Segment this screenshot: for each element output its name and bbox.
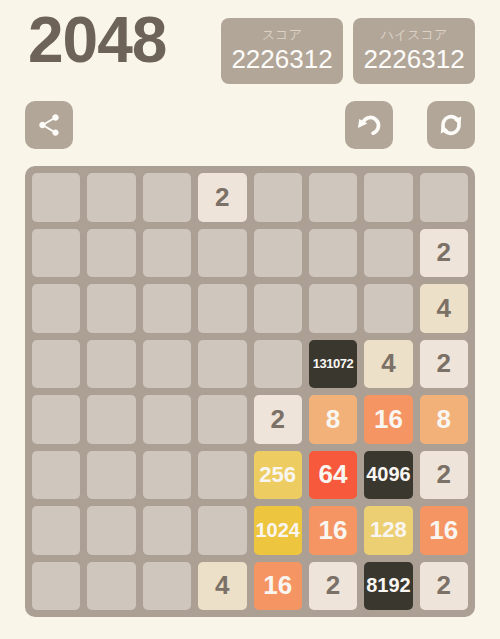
undo-button[interactable] (345, 101, 393, 149)
empty-cell (143, 284, 191, 333)
empty-cell (198, 340, 246, 389)
empty-cell (143, 562, 191, 611)
tile-2: 2 (198, 173, 246, 222)
empty-cell (254, 340, 302, 389)
score-box: スコア 2226312 (221, 18, 343, 84)
tile-131072: 131072 (309, 340, 357, 389)
tile-16: 16 (309, 506, 357, 555)
empty-cell (143, 340, 191, 389)
high-score-label: ハイスコア (353, 27, 475, 43)
empty-cell (143, 229, 191, 278)
share-button[interactable] (25, 101, 73, 149)
empty-cell (198, 451, 246, 500)
undo-icon (354, 110, 384, 140)
app: 2048 スコア 2226312 ハイスコア 2226312 (0, 0, 500, 639)
empty-cell (32, 173, 80, 222)
empty-cell (309, 284, 357, 333)
tile-2: 2 (420, 229, 468, 278)
empty-cell (254, 284, 302, 333)
empty-cell (143, 395, 191, 444)
tile-2: 2 (254, 395, 302, 444)
tile-1024: 1024 (254, 506, 302, 555)
empty-cell (32, 451, 80, 500)
tile-16: 16 (364, 395, 412, 444)
empty-cell (143, 506, 191, 555)
empty-cell (143, 173, 191, 222)
tile-4: 4 (364, 340, 412, 389)
tile-16: 16 (420, 506, 468, 555)
tile-64: 64 (309, 451, 357, 500)
tile-2: 2 (309, 562, 357, 611)
empty-cell (198, 506, 246, 555)
app-title: 2048 (28, 4, 166, 76)
empty-cell (32, 340, 80, 389)
empty-cell (143, 451, 191, 500)
empty-cell (32, 562, 80, 611)
board[interactable]: 2241310724228168256644096210241612816416… (25, 166, 475, 617)
empty-cell (87, 562, 135, 611)
tile-2: 2 (420, 340, 468, 389)
tile-4: 4 (198, 562, 246, 611)
score-panels: スコア 2226312 ハイスコア 2226312 (221, 18, 475, 84)
empty-cell (364, 284, 412, 333)
empty-cell (32, 506, 80, 555)
empty-cell (420, 173, 468, 222)
score-value: 2226312 (221, 43, 343, 75)
toolbar (25, 101, 475, 149)
empty-cell (87, 395, 135, 444)
empty-cell (198, 229, 246, 278)
empty-cell (87, 173, 135, 222)
tile-8192: 8192 (364, 562, 412, 611)
tile-8: 8 (420, 395, 468, 444)
empty-cell (87, 340, 135, 389)
empty-cell (364, 229, 412, 278)
empty-cell (87, 451, 135, 500)
tile-2: 2 (420, 451, 468, 500)
refresh-icon (436, 110, 466, 140)
tile-8: 8 (309, 395, 357, 444)
empty-cell (32, 229, 80, 278)
empty-cell (32, 284, 80, 333)
high-score-box: ハイスコア 2226312 (353, 18, 475, 84)
empty-cell (254, 229, 302, 278)
tile-256: 256 (254, 451, 302, 500)
empty-cell (309, 173, 357, 222)
empty-cell (87, 229, 135, 278)
tile-4096: 4096 (364, 451, 412, 500)
empty-cell (309, 229, 357, 278)
empty-cell (254, 173, 302, 222)
tile-128: 128 (364, 506, 412, 555)
tile-16: 16 (254, 562, 302, 611)
empty-cell (198, 395, 246, 444)
tile-4: 4 (420, 284, 468, 333)
empty-cell (364, 173, 412, 222)
empty-cell (87, 284, 135, 333)
score-label: スコア (221, 27, 343, 43)
new-game-button[interactable] (427, 101, 475, 149)
toolbar-right (345, 101, 475, 149)
header: 2048 スコア 2226312 ハイスコア 2226312 (25, 0, 475, 92)
empty-cell (87, 506, 135, 555)
share-icon (36, 112, 62, 138)
tile-2: 2 (420, 562, 468, 611)
high-score-value: 2226312 (353, 43, 475, 75)
empty-cell (32, 395, 80, 444)
empty-cell (198, 284, 246, 333)
